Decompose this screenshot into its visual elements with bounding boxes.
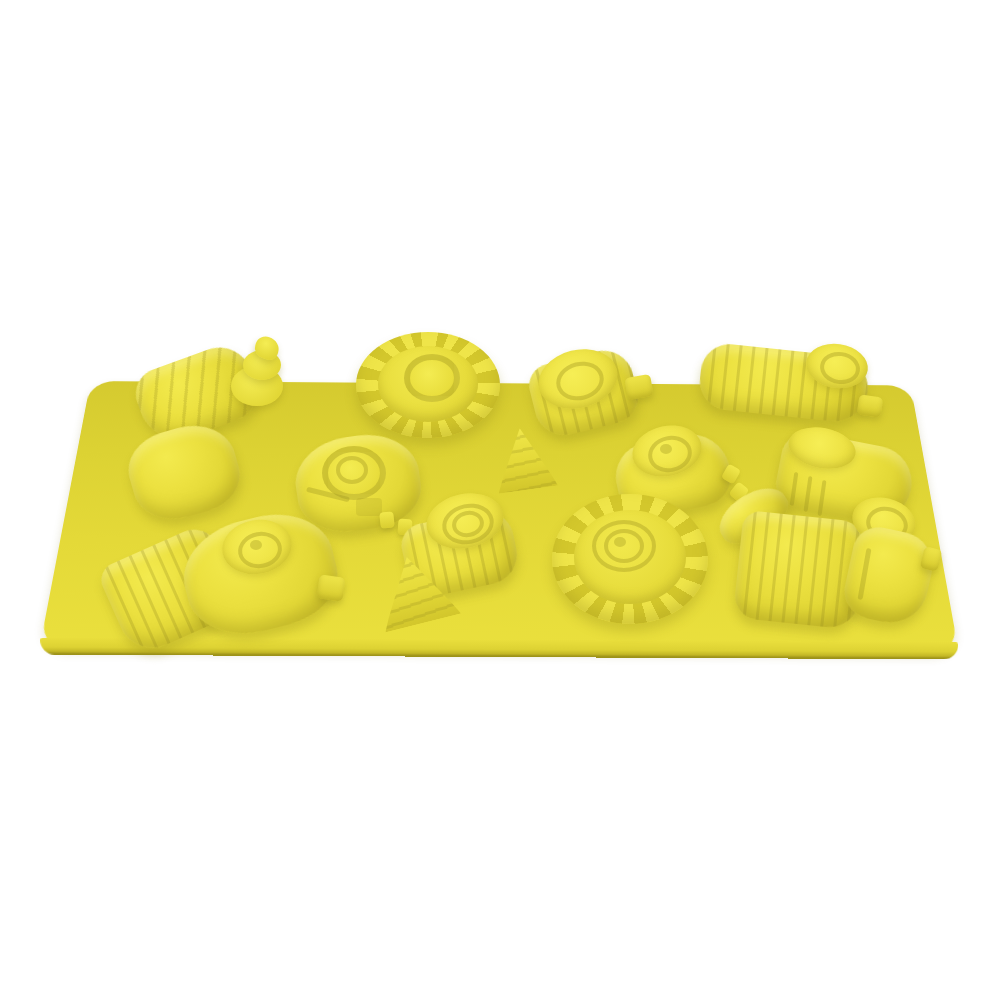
gear2-center-dot bbox=[614, 537, 626, 547]
mould-tray-front-edge bbox=[40, 638, 958, 660]
minion-goggle-pupil bbox=[660, 444, 672, 454]
minion-face-tooth-1 bbox=[379, 511, 395, 528]
gear2-ring-inner bbox=[604, 529, 644, 563]
minion-face-mouth bbox=[356, 498, 382, 516]
product-photo-scene bbox=[0, 0, 1000, 1000]
minion-full-pupil bbox=[250, 540, 262, 550]
bucket-body bbox=[733, 510, 868, 630]
minion-lying-hand-tab bbox=[857, 394, 884, 417]
minion-full-hand-tab bbox=[316, 574, 345, 601]
eye-cup-tab bbox=[624, 374, 653, 400]
minion-face-goggle-inner bbox=[336, 456, 368, 484]
gear-center-ring bbox=[404, 354, 460, 402]
